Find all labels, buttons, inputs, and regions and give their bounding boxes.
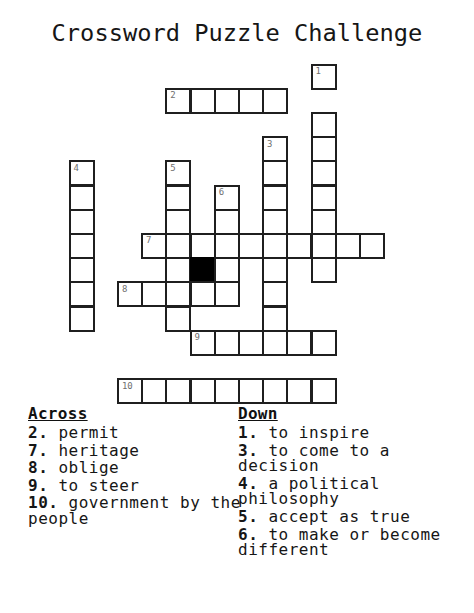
across-clue-list: 2. permit7. heritage8. oblige9. to steer… (28, 425, 253, 527)
grid-cell[interactable] (262, 281, 288, 307)
grid-cell[interactable] (165, 378, 191, 404)
clue-text: to come to a decision (238, 441, 390, 476)
grid-cell[interactable] (311, 185, 337, 211)
clue-text: heritage (58, 441, 139, 460)
grid-cell[interactable]: 6 (214, 185, 240, 211)
black-cell (190, 257, 216, 283)
grid-cell[interactable] (69, 306, 95, 332)
grid-cell[interactable] (214, 209, 240, 235)
grid-cell[interactable]: 9 (190, 330, 216, 356)
grid-cell[interactable]: 2 (165, 88, 191, 114)
clue-text: government by the people (28, 493, 241, 528)
cell-clue-number: 8 (122, 285, 127, 294)
cell-clue-number: 5 (170, 164, 175, 173)
grid-cell[interactable] (69, 257, 95, 283)
grid-cell[interactable] (262, 378, 288, 404)
down-clues-column: Down 1. to inspire3. to come to a decisi… (238, 405, 460, 560)
crossword-grid: 12345678910 (0, 0, 474, 410)
clue-number-label: 5. (238, 507, 258, 526)
grid-cell[interactable] (214, 88, 240, 114)
clue-number-label: 8. (28, 458, 48, 477)
grid-cell[interactable] (69, 209, 95, 235)
grid-cell[interactable] (165, 209, 191, 235)
grid-cell[interactable] (214, 233, 240, 259)
crossword-page: Crossword Puzzle Challenge 12345678910 A… (0, 0, 474, 613)
grid-cell[interactable] (311, 233, 337, 259)
clue-item: 9. to steer (28, 478, 253, 494)
clue-item: 5. accept as true (238, 509, 460, 525)
clue-text: to make or become different (238, 525, 441, 560)
clue-text: to inspire (268, 423, 369, 442)
grid-cell[interactable] (262, 330, 288, 356)
grid-cell[interactable]: 4 (69, 160, 95, 186)
grid-cell[interactable] (165, 306, 191, 332)
grid-cell[interactable] (190, 88, 216, 114)
grid-cell[interactable] (262, 160, 288, 186)
grid-cell[interactable] (190, 378, 216, 404)
grid-cell[interactable] (311, 209, 337, 235)
grid-cell[interactable] (286, 330, 312, 356)
grid-cell[interactable]: 10 (117, 378, 143, 404)
clue-item: 2. permit (28, 425, 253, 441)
grid-cell[interactable]: 5 (165, 160, 191, 186)
grid-cell[interactable] (311, 136, 337, 162)
grid-cell[interactable] (262, 209, 288, 235)
grid-cell[interactable] (141, 378, 167, 404)
cell-clue-number: 4 (74, 164, 79, 173)
grid-cell[interactable] (69, 233, 95, 259)
cell-clue-number: 3 (267, 140, 272, 149)
clue-number-label: 9. (28, 476, 48, 495)
cell-clue-number: 6 (219, 188, 224, 197)
grid-cell[interactable] (165, 281, 191, 307)
grid-cell[interactable]: 3 (262, 136, 288, 162)
clue-number-label: 2. (28, 423, 48, 442)
grid-cell[interactable] (214, 330, 240, 356)
grid-cell[interactable] (214, 257, 240, 283)
clue-item: 4. a political philosophy (238, 476, 460, 507)
grid-cell[interactable]: 1 (311, 64, 337, 90)
grid-cell[interactable] (141, 281, 167, 307)
clue-item: 10. government by the people (28, 495, 253, 526)
grid-cell[interactable] (262, 185, 288, 211)
grid-cell[interactable] (311, 112, 337, 138)
cell-clue-number: 1 (316, 67, 321, 76)
grid-cell[interactable] (238, 88, 264, 114)
grid-cell[interactable] (69, 185, 95, 211)
clue-text: a political philosophy (238, 474, 380, 509)
grid-cell[interactable] (238, 378, 264, 404)
grid-cell[interactable]: 7 (141, 233, 167, 259)
grid-cell[interactable] (238, 330, 264, 356)
down-heading: Down (238, 405, 460, 422)
grid-cell[interactable] (190, 233, 216, 259)
grid-cell[interactable] (165, 257, 191, 283)
clue-text: permit (58, 423, 119, 442)
clue-item: 1. to inspire (238, 425, 460, 441)
cell-clue-number: 9 (195, 333, 200, 342)
clue-item: 8. oblige (28, 460, 253, 476)
grid-cell[interactable] (311, 160, 337, 186)
grid-cell[interactable] (311, 257, 337, 283)
clue-item: 7. heritage (28, 443, 253, 459)
clue-item: 6. to make or become different (238, 527, 460, 558)
across-heading: Across (28, 405, 253, 422)
grid-cell[interactable] (190, 281, 216, 307)
clue-number-label: 1. (238, 423, 258, 442)
cell-clue-number: 7 (146, 236, 151, 245)
grid-cell[interactable] (286, 233, 312, 259)
grid-cell[interactable] (262, 306, 288, 332)
grid-cell[interactable] (262, 233, 288, 259)
grid-cell[interactable] (165, 233, 191, 259)
grid-cell[interactable] (311, 330, 337, 356)
cell-clue-number: 10 (122, 382, 133, 391)
grid-cell[interactable] (165, 185, 191, 211)
across-clues-column: Across 2. permit7. heritage8. oblige9. t… (28, 405, 253, 529)
grid-cell[interactable] (335, 233, 361, 259)
clue-item: 3. to come to a decision (238, 443, 460, 474)
clue-text: to steer (58, 476, 139, 495)
grid-cell[interactable] (286, 378, 312, 404)
grid-cell[interactable] (214, 378, 240, 404)
grid-cell[interactable] (262, 257, 288, 283)
grid-cell[interactable] (359, 233, 385, 259)
grid-cell[interactable] (214, 281, 240, 307)
cell-clue-number: 2 (170, 91, 175, 100)
clue-text: oblige (58, 458, 119, 477)
down-clue-list: 1. to inspire3. to come to a decision4. … (238, 425, 460, 558)
grid-cell[interactable]: 8 (117, 281, 143, 307)
clue-number-label: 7. (28, 441, 48, 460)
grid-cell[interactable] (311, 378, 337, 404)
grid-cell[interactable] (69, 281, 95, 307)
clue-text: accept as true (268, 507, 410, 526)
grid-cell[interactable] (262, 88, 288, 114)
grid-cell[interactable] (238, 233, 264, 259)
